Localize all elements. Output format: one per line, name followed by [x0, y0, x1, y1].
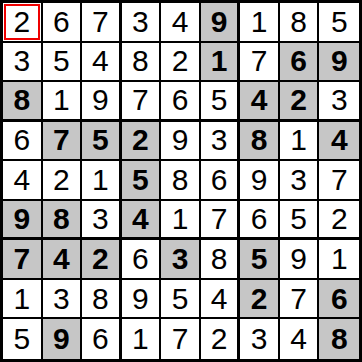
- sudoku-cell-r8c1[interactable]: 1: [3, 280, 43, 320]
- cell-digit: 6: [290, 46, 307, 76]
- cell-digit: 1: [211, 46, 228, 76]
- cell-digit: 9: [251, 165, 268, 195]
- cell-digit: 7: [92, 7, 109, 37]
- cell-digit: 5: [92, 125, 109, 155]
- sudoku-cell-r8c3[interactable]: 8: [82, 280, 122, 320]
- cell-digit: 6: [13, 125, 30, 155]
- sudoku-cell-r7c4[interactable]: 6: [122, 240, 162, 280]
- sudoku-cell-r2c1[interactable]: 3: [3, 43, 43, 83]
- cell-digit: 2: [53, 165, 70, 195]
- cell-digit: 8: [92, 284, 109, 314]
- cell-digit: 8: [211, 244, 228, 274]
- sudoku-cell-r4c4[interactable]: 2: [122, 122, 162, 162]
- cell-digit: 8: [13, 85, 30, 115]
- cell-digit: 1: [251, 7, 268, 37]
- sudoku-cell-r7c7[interactable]: 5: [240, 240, 280, 280]
- cell-digit: 9: [132, 284, 149, 314]
- sudoku-cell-r9c4[interactable]: 1: [122, 319, 162, 359]
- sudoku-cell-r4c2[interactable]: 7: [43, 122, 83, 162]
- sudoku-cell-r7c8[interactable]: 9: [280, 240, 320, 280]
- sudoku-cell-r8c2[interactable]: 3: [43, 280, 83, 320]
- cell-digit: 1: [13, 284, 30, 314]
- cell-digit: 2: [92, 244, 109, 274]
- cell-digit: 2: [331, 204, 348, 234]
- cell-digit: 7: [172, 324, 189, 354]
- sudoku-cell-r6c9[interactable]: 2: [319, 201, 359, 241]
- sudoku-cell-r1c5[interactable]: 4: [161, 3, 201, 43]
- sudoku-cell-r3c5[interactable]: 6: [161, 82, 201, 122]
- cell-digit: 3: [92, 204, 109, 234]
- sudoku-cell-r3c1[interactable]: 8: [3, 82, 43, 122]
- sudoku-cell-r9c7[interactable]: 3: [240, 319, 280, 359]
- cell-digit: 4: [53, 244, 70, 274]
- cell-digit: 1: [331, 244, 348, 274]
- sudoku-cell-r9c9[interactable]: 8: [319, 319, 359, 359]
- sudoku-cell-r7c9[interactable]: 1: [319, 240, 359, 280]
- cell-digit: 5: [290, 204, 307, 234]
- cell-digit: 4: [211, 284, 228, 314]
- cell-digit: 1: [132, 324, 149, 354]
- sudoku-cell-r6c1[interactable]: 9: [3, 201, 43, 241]
- cell-digit: 6: [331, 284, 348, 314]
- sudoku-cell-r8c8[interactable]: 7: [280, 280, 320, 320]
- cell-digit: 1: [53, 85, 70, 115]
- sudoku-cell-r6c2[interactable]: 8: [43, 201, 83, 241]
- sudoku-cell-r1c4[interactable]: 3: [122, 3, 162, 43]
- sudoku-cell-r4c5[interactable]: 9: [161, 122, 201, 162]
- sudoku-cell-r7c1[interactable]: 7: [3, 240, 43, 280]
- cell-digit: 8: [132, 46, 149, 76]
- sudoku-cell-r4c1[interactable]: 6: [3, 122, 43, 162]
- sudoku-cell-r5c1[interactable]: 4: [3, 161, 43, 201]
- cell-digit: 9: [331, 46, 348, 76]
- cell-digit: 2: [172, 46, 189, 76]
- cell-digit: 4: [132, 204, 149, 234]
- cell-digit: 2: [290, 85, 307, 115]
- cell-digit: 5: [331, 7, 348, 37]
- sudoku-cell-r9c1[interactable]: 5: [3, 319, 43, 359]
- cell-digit: 4: [331, 125, 348, 155]
- sudoku-cell-r8c5[interactable]: 5: [161, 280, 201, 320]
- sudoku-cell-r6c6[interactable]: 7: [201, 201, 241, 241]
- cell-digit: 9: [92, 85, 109, 115]
- sudoku-cell-r2c2[interactable]: 5: [43, 43, 83, 83]
- sudoku-cell-r5c2[interactable]: 2: [43, 161, 83, 201]
- cell-digit: 4: [172, 7, 189, 37]
- cell-digit: 6: [251, 204, 268, 234]
- sudoku-cell-r4c8[interactable]: 1: [280, 122, 320, 162]
- sudoku-cell-r8c6[interactable]: 4: [201, 280, 241, 320]
- cell-digit: 8: [251, 125, 268, 155]
- sudoku-cell-r1c6[interactable]: 9: [201, 3, 241, 43]
- cell-digit: 7: [13, 244, 30, 274]
- sudoku-cell-r4c6[interactable]: 3: [201, 122, 241, 162]
- sudoku-cell-r3c7[interactable]: 4: [240, 82, 280, 122]
- cell-digit: 6: [53, 7, 70, 37]
- sudoku-cell-r1c3[interactable]: 7: [82, 3, 122, 43]
- sudoku-cell-r7c2[interactable]: 4: [43, 240, 83, 280]
- cell-digit: 9: [211, 7, 228, 37]
- sudoku-cell-r6c8[interactable]: 5: [280, 201, 320, 241]
- sudoku-cell-r1c9[interactable]: 5: [319, 3, 359, 43]
- cell-digit: 1: [290, 125, 307, 155]
- sudoku-cell-r6c7[interactable]: 6: [240, 201, 280, 241]
- sudoku-cell-r2c4[interactable]: 8: [122, 43, 162, 83]
- cell-digit: 5: [132, 165, 149, 195]
- cell-digit: 8: [53, 204, 70, 234]
- sudoku-board: 2673491853548217698197654236752938144215…: [0, 0, 362, 362]
- sudoku-cell-r3c3[interactable]: 9: [82, 82, 122, 122]
- cell-digit: 7: [53, 125, 70, 155]
- cell-digit: 3: [331, 85, 348, 115]
- cell-digit: 8: [331, 324, 348, 354]
- sudoku-cell-r3c8[interactable]: 2: [280, 82, 320, 122]
- sudoku-cell-r3c6[interactable]: 5: [201, 82, 241, 122]
- sudoku-cell-r6c3[interactable]: 3: [82, 201, 122, 241]
- sudoku-cell-r2c7[interactable]: 7: [240, 43, 280, 83]
- cell-digit: 5: [53, 46, 70, 76]
- sudoku-cell-r6c4[interactable]: 4: [122, 201, 162, 241]
- sudoku-cell-r2c3[interactable]: 4: [82, 43, 122, 83]
- sudoku-cell-r1c1[interactable]: 2: [3, 3, 43, 43]
- cell-digit: 9: [290, 244, 307, 274]
- sudoku-cell-r2c9[interactable]: 9: [319, 43, 359, 83]
- sudoku-cell-r5c9[interactable]: 7: [319, 161, 359, 201]
- cell-digit: 5: [13, 324, 30, 354]
- cell-digit: 5: [172, 284, 189, 314]
- sudoku-cell-r9c6[interactable]: 2: [201, 319, 241, 359]
- sudoku-cell-r9c2[interactable]: 9: [43, 319, 83, 359]
- cell-digit: 5: [211, 85, 228, 115]
- sudoku-cell-r1c7[interactable]: 1: [240, 3, 280, 43]
- cell-digit: 3: [290, 165, 307, 195]
- sudoku-cell-r3c4[interactable]: 7: [122, 82, 162, 122]
- cell-digit: 9: [53, 324, 70, 354]
- sudoku-cell-r7c6[interactable]: 8: [201, 240, 241, 280]
- sudoku-cell-r8c4[interactable]: 9: [122, 280, 162, 320]
- sudoku-cell-r7c5[interactable]: 3: [161, 240, 201, 280]
- cell-digit: 7: [132, 85, 149, 115]
- sudoku-cell-r9c8[interactable]: 4: [280, 319, 320, 359]
- cell-digit: 3: [251, 324, 268, 354]
- cell-digit: 4: [13, 165, 30, 195]
- cell-digit: 5: [251, 244, 268, 274]
- cell-digit: 4: [92, 46, 109, 76]
- cell-digit: 3: [53, 284, 70, 314]
- sudoku-cell-r2c5[interactable]: 2: [161, 43, 201, 83]
- cell-digit: 2: [13, 7, 30, 37]
- cell-digit: 4: [251, 85, 268, 115]
- cell-digit: 7: [211, 204, 228, 234]
- sudoku-cell-r5c3[interactable]: 1: [82, 161, 122, 201]
- sudoku-cell-r9c3[interactable]: 6: [82, 319, 122, 359]
- sudoku-cell-r8c7[interactable]: 2: [240, 280, 280, 320]
- sudoku-cell-r5c5[interactable]: 8: [161, 161, 201, 201]
- cell-digit: 9: [172, 125, 189, 155]
- cell-digit: 6: [92, 324, 109, 354]
- sudoku-cell-r5c7[interactable]: 9: [240, 161, 280, 201]
- sudoku-cell-r5c8[interactable]: 3: [280, 161, 320, 201]
- sudoku-cell-r2c8[interactable]: 6: [280, 43, 320, 83]
- sudoku-cell-r3c2[interactable]: 1: [43, 82, 83, 122]
- sudoku-cell-r4c3[interactable]: 5: [82, 122, 122, 162]
- cell-digit: 4: [290, 324, 307, 354]
- cell-digit: 3: [172, 244, 189, 274]
- cell-digit: 2: [251, 284, 268, 314]
- cell-digit: 2: [211, 324, 228, 354]
- cell-digit: 3: [132, 7, 149, 37]
- sudoku-cell-r2c6[interactable]: 1: [201, 43, 241, 83]
- sudoku-cell-r7c3[interactable]: 2: [82, 240, 122, 280]
- sudoku-cell-r3c9[interactable]: 3: [319, 82, 359, 122]
- cell-digit: 8: [172, 165, 189, 195]
- cell-digit: 7: [251, 46, 268, 76]
- sudoku-cell-r5c6[interactable]: 6: [201, 161, 241, 201]
- sudoku-cell-r4c9[interactable]: 4: [319, 122, 359, 162]
- sudoku-cell-r1c2[interactable]: 6: [43, 3, 83, 43]
- sudoku-cell-r1c8[interactable]: 8: [280, 3, 320, 43]
- sudoku-cell-r6c5[interactable]: 1: [161, 201, 201, 241]
- cell-digit: 8: [290, 7, 307, 37]
- cell-digit: 3: [13, 46, 30, 76]
- cell-digit: 7: [331, 165, 348, 195]
- cell-digit: 1: [92, 165, 109, 195]
- sudoku-cell-r9c5[interactable]: 7: [161, 319, 201, 359]
- cell-digit: 3: [211, 125, 228, 155]
- cell-digit: 6: [172, 85, 189, 115]
- sudoku-cell-r4c7[interactable]: 8: [240, 122, 280, 162]
- cell-digit: 7: [290, 284, 307, 314]
- cell-digit: 6: [211, 165, 228, 195]
- cell-digit: 6: [132, 244, 149, 274]
- cell-digit: 9: [13, 204, 30, 234]
- cell-digit: 1: [172, 204, 189, 234]
- cell-digit: 2: [132, 125, 149, 155]
- sudoku-cell-r8c9[interactable]: 6: [319, 280, 359, 320]
- sudoku-cell-r5c4[interactable]: 5: [122, 161, 162, 201]
